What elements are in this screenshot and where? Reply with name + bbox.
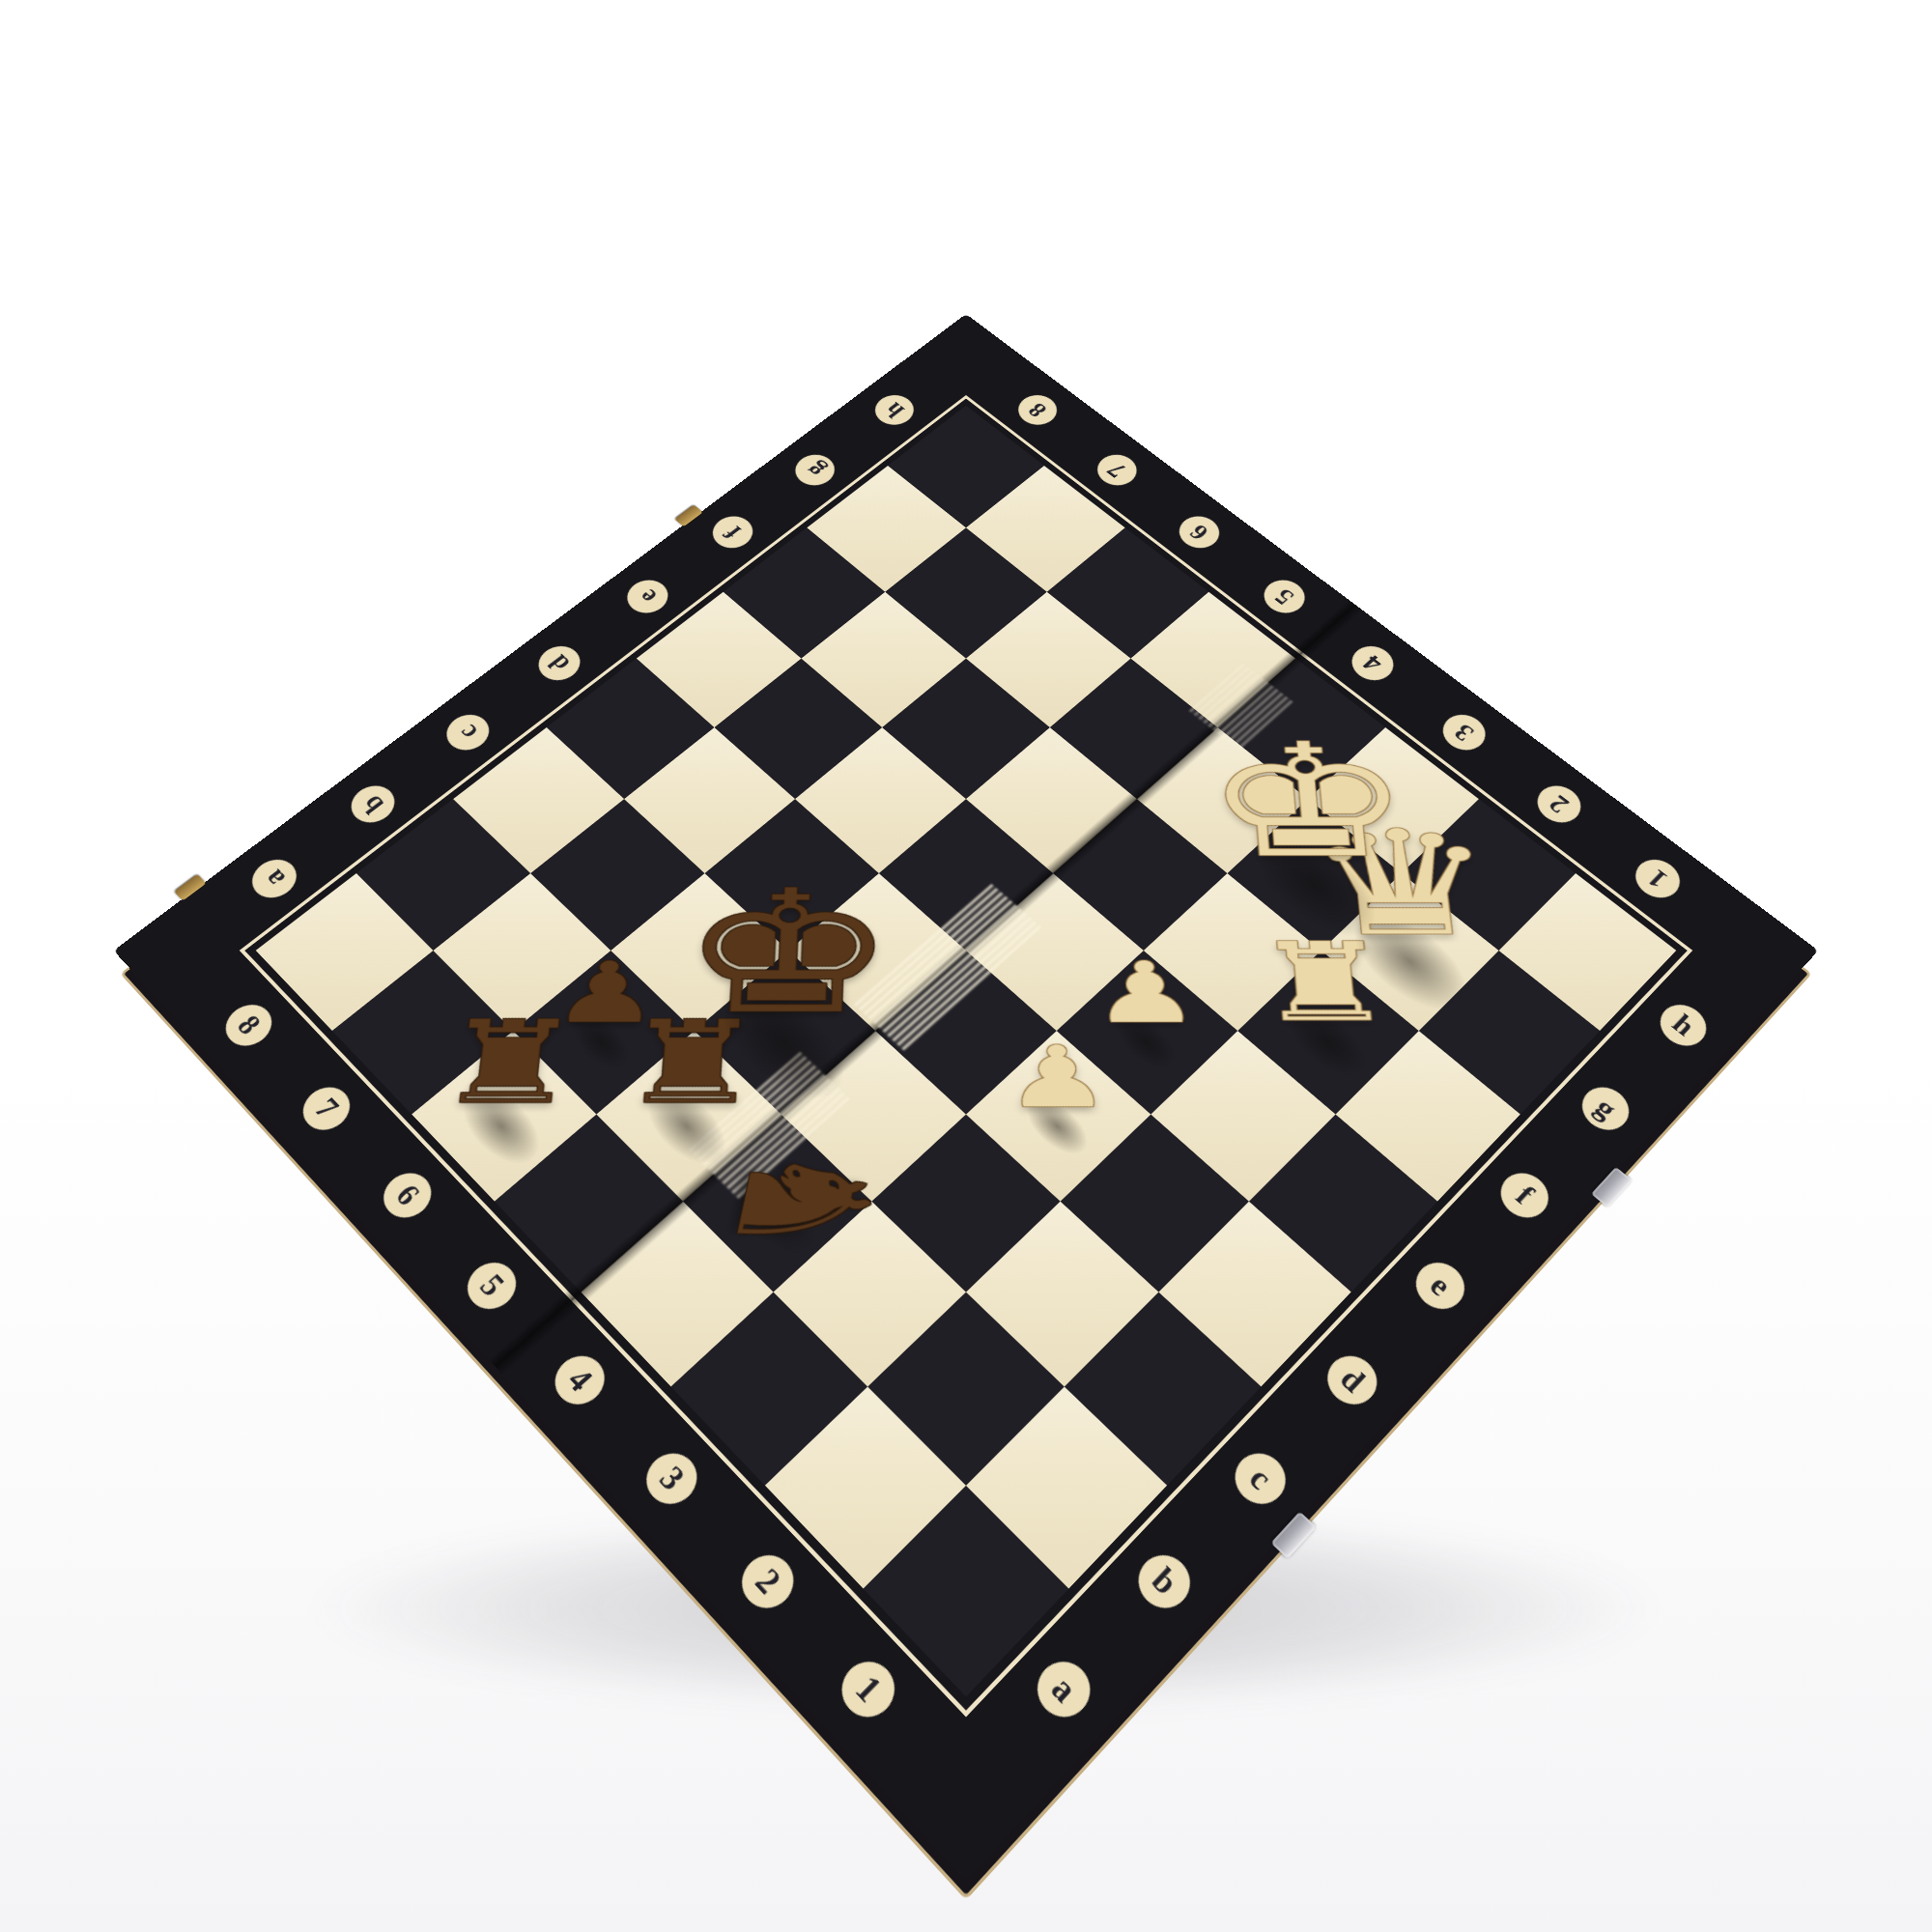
coord-number-far-1: 1 xyxy=(1627,852,1689,906)
brass-hinge-icon xyxy=(674,504,703,526)
coord-number-near-8: 8 xyxy=(216,997,280,1055)
coord-number-far-8: 8 xyxy=(1010,389,1065,431)
square-e2[interactable] xyxy=(1151,1031,1335,1202)
coord-number-near-6: 6 xyxy=(374,1164,440,1227)
square-c2[interactable] xyxy=(966,1202,1158,1387)
coord-number-far-4: 4 xyxy=(1344,639,1402,688)
square-b1[interactable] xyxy=(966,1387,1167,1589)
coord-letter-far-f: f xyxy=(704,510,760,554)
coord-letter-near-a: a xyxy=(1027,1651,1101,1729)
square-b3[interactable] xyxy=(774,1202,966,1387)
coord-letter-far-b: b xyxy=(343,779,404,831)
square-c3[interactable] xyxy=(871,1115,1060,1293)
coord-letter-near-e: e xyxy=(1406,1253,1474,1319)
coord-number-near-4: 4 xyxy=(545,1347,614,1415)
coord-number-near-3: 3 xyxy=(637,1443,708,1515)
square-a4[interactable] xyxy=(581,1202,773,1387)
chess-board[interactable]: 8877665544332211hhggffeeddccbbaa ♜♟♜♚♞♟♟… xyxy=(114,314,1819,1881)
scene: 8877665544332211hhggffeeddccbbaa ♜♟♜♚♞♟♟… xyxy=(0,0,1932,1932)
coord-letter-far-h: h xyxy=(867,389,922,431)
coord-letter-near-f: f xyxy=(1492,1164,1558,1227)
square-b2[interactable] xyxy=(867,1293,1065,1486)
square-a2[interactable] xyxy=(765,1387,966,1589)
brass-hinge-icon xyxy=(174,874,207,901)
coord-letter-near-d: d xyxy=(1318,1347,1387,1415)
square-c4[interactable] xyxy=(781,1031,966,1202)
coord-number-near-1: 1 xyxy=(831,1651,905,1729)
coord-letter-near-h: h xyxy=(1651,997,1715,1055)
coord-number-far-7: 7 xyxy=(1090,448,1145,492)
coord-letter-near-c: c xyxy=(1225,1443,1296,1515)
coord-letter-far-g: g xyxy=(787,448,842,492)
coord-letter-far-a: a xyxy=(243,852,305,906)
square-d2[interactable] xyxy=(1061,1115,1249,1293)
coord-number-far-6: 6 xyxy=(1171,510,1227,554)
coord-letter-far-d: d xyxy=(530,639,588,688)
coord-number-far-5: 5 xyxy=(1256,574,1313,620)
square-b4[interactable] xyxy=(683,1115,871,1293)
square-a6[interactable] xyxy=(412,1031,596,1202)
square-f1[interactable] xyxy=(1336,1031,1520,1202)
coord-letter-near-b: b xyxy=(1128,1545,1201,1619)
coord-letter-near-g: g xyxy=(1573,1079,1638,1139)
coord-number-far-3: 3 xyxy=(1435,707,1494,757)
coord-letter-far-c: c xyxy=(439,707,498,757)
coord-number-near-2: 2 xyxy=(731,1545,804,1619)
squares-grid xyxy=(256,406,1677,1696)
square-d3[interactable] xyxy=(966,1031,1151,1202)
coord-number-near-7: 7 xyxy=(294,1079,359,1139)
coord-number-far-2: 2 xyxy=(1529,779,1590,831)
coord-number-near-5: 5 xyxy=(458,1253,526,1319)
coord-letter-far-e: e xyxy=(619,574,676,620)
